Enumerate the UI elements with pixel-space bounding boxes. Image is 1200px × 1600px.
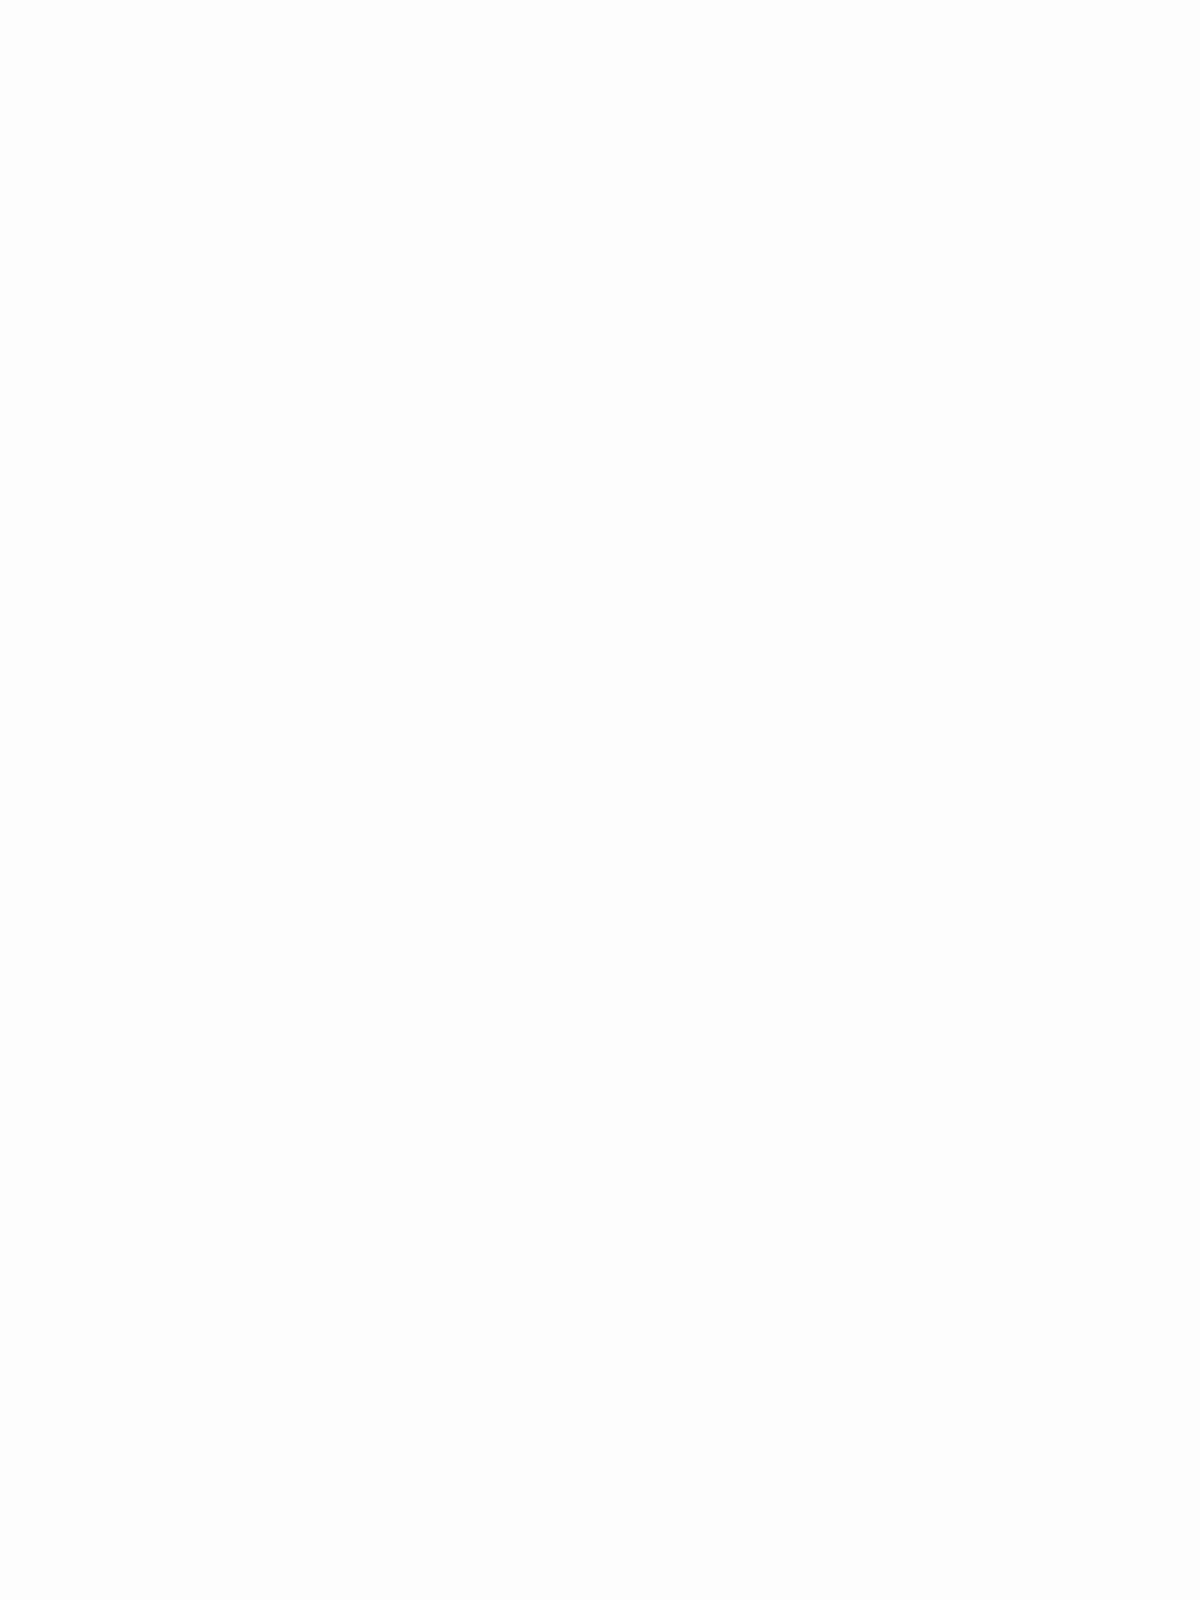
product-photo	[0, 0, 1200, 1600]
